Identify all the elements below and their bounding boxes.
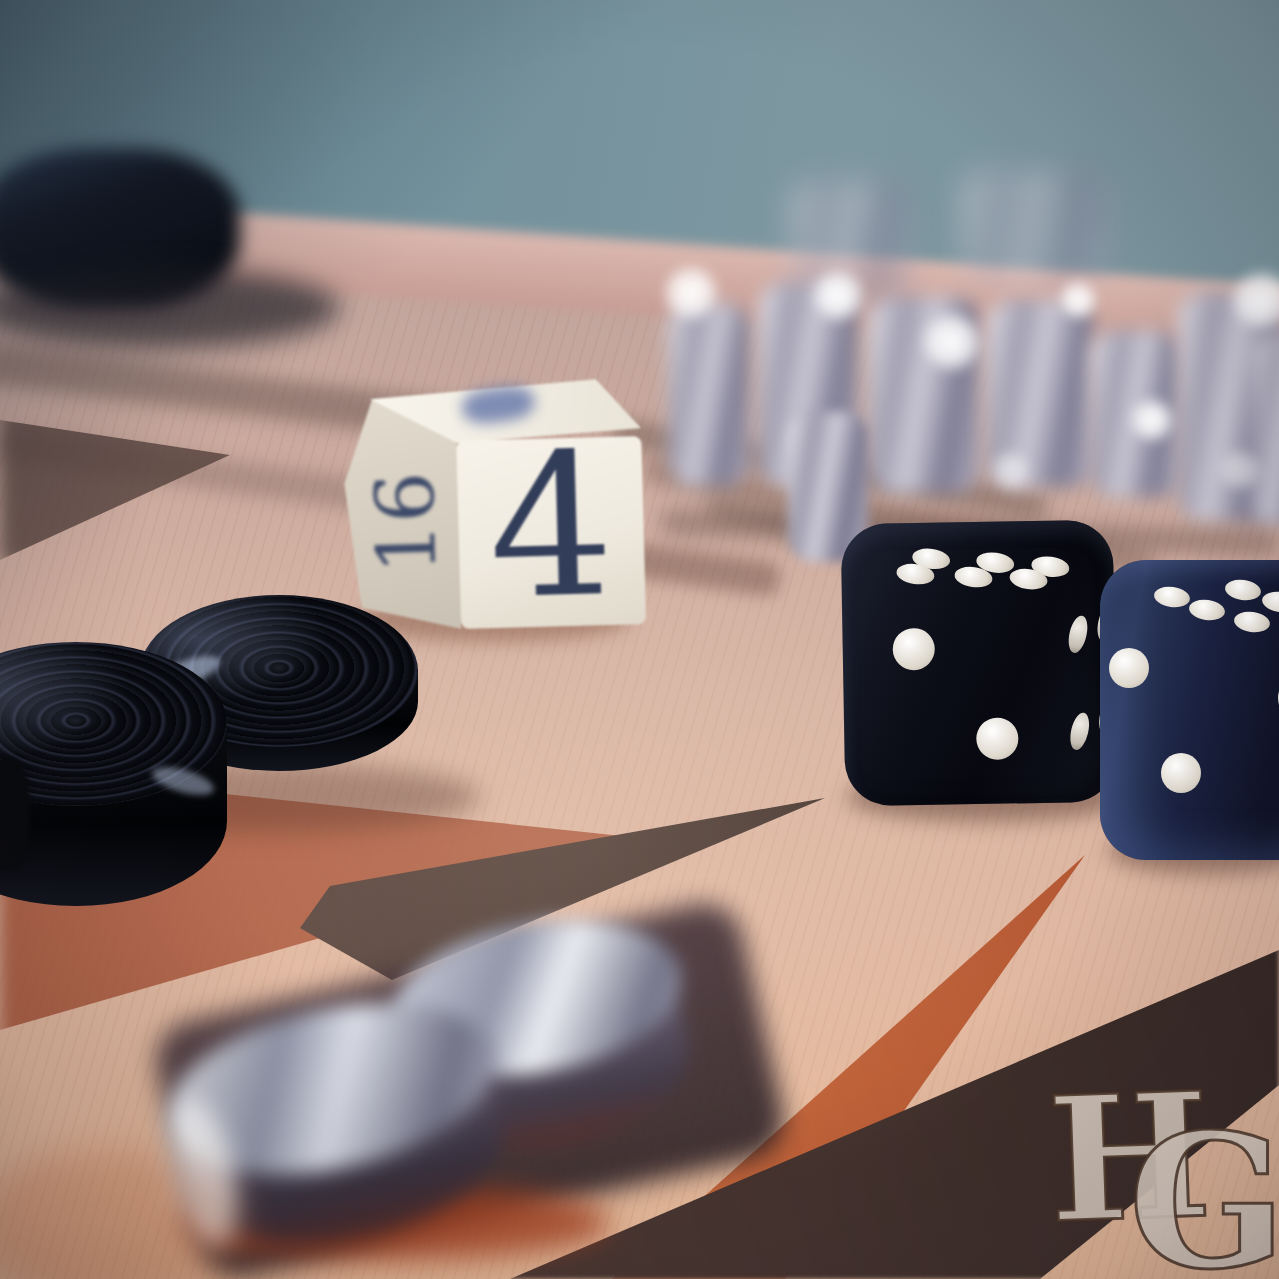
doubling-cube-value-4: 4 — [486, 427, 616, 626]
die2-top-pip — [1188, 598, 1226, 623]
die2-top-pip — [1233, 610, 1271, 635]
die1-right-pip — [1065, 614, 1090, 655]
black-checker-edge-sliver — [0, 758, 30, 870]
doubling-cube-value-16: 16 — [358, 467, 454, 579]
die2-top-pip — [1224, 578, 1262, 603]
bokeh-highlight — [662, 264, 720, 322]
die1-front-pip — [976, 717, 1019, 760]
die1-right-pip — [1067, 711, 1092, 752]
bokeh-highlight — [990, 450, 1030, 490]
bokeh-highlight — [1058, 280, 1098, 320]
chrome-checker-blurred — [960, 170, 1110, 280]
die2-top-pip — [1153, 585, 1191, 610]
die2-top-pip — [1261, 590, 1279, 615]
chrome-checker-blurred — [1252, 330, 1279, 525]
die1-front-pip — [892, 628, 935, 671]
black-checker-front-partial — [0, 642, 227, 910]
chrome-checker-blurred — [668, 302, 750, 487]
watermark-letter-g: G — [1128, 1108, 1279, 1279]
bokeh-highlight — [1129, 397, 1175, 443]
bokeh-highlight — [811, 269, 865, 323]
watermark-hg: H G — [1048, 1072, 1279, 1279]
backgammon-photo-scene: 4 16 — [0, 0, 1279, 1279]
die-blue-right — [1100, 560, 1279, 860]
die2-front-pip — [1109, 648, 1149, 688]
die-black-left — [841, 520, 1118, 807]
doubling-cube-front-face: 4 — [456, 436, 646, 629]
bokeh-highlight — [921, 311, 983, 373]
die2-front-pip — [1161, 753, 1201, 793]
bokeh-highlight — [1218, 448, 1262, 492]
